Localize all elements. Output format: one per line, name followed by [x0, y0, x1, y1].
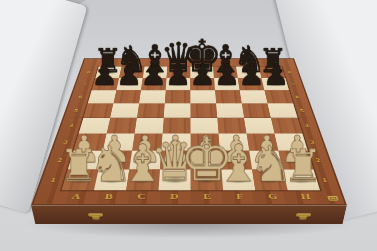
box-front-edge [31, 205, 347, 224]
board-surface: ♜♞♝♛♚♝♞♜♟♟♟♟♟♟♟♟♟♟♟♟♟♟♟♟♜♞♝♛♚♝♞♜ ABCDEFG… [31, 58, 347, 205]
file-label-bottom-f: F [223, 190, 257, 202]
file-label-bottom-c: C [124, 190, 158, 202]
square-f7[interactable]: ♟ [214, 78, 240, 90]
rank-label-left-6: 6 [69, 90, 92, 103]
square-b6[interactable] [113, 90, 141, 103]
piece-white-knight-b1[interactable]: ♞ [88, 142, 133, 187]
square-f6[interactable] [215, 90, 242, 103]
square-g1[interactable]: ♞ [252, 169, 288, 190]
file-labels-bottom: ABCDEFGH [58, 190, 324, 202]
square-c7[interactable]: ♟ [141, 78, 167, 90]
square-c6[interactable] [139, 90, 166, 103]
chess-board: ♜♞♝♛♚♝♞♜♟♟♟♟♟♟♟♟♟♟♟♟♟♟♟♟♜♞♝♛♚♝♞♜ ABCDEFG… [31, 58, 347, 205]
squares: ♜♞♝♛♚♝♞♜♟♟♟♟♟♟♟♟♟♟♟♟♟♟♟♟♜♞♝♛♚♝♞♜ [62, 67, 320, 191]
square-d7[interactable]: ♟ [166, 78, 191, 90]
brass-clasp-right-icon[interactable] [296, 213, 311, 216]
piece-black-pawn-c7[interactable]: ♟ [140, 61, 167, 88]
rank-label-right-6: 6 [286, 90, 309, 103]
square-b7[interactable]: ♟ [116, 78, 142, 90]
square-d5[interactable] [164, 103, 191, 117]
piece-black-pawn-h7[interactable]: ♟ [263, 61, 290, 88]
piece-black-pawn-e7[interactable]: ♟ [189, 61, 216, 88]
square-b1[interactable]: ♞ [94, 169, 129, 190]
maker-stamp-icon [327, 196, 339, 201]
square-b5[interactable] [110, 103, 139, 117]
square-e5[interactable] [190, 103, 217, 117]
file-label-bottom-h: H [288, 190, 324, 202]
piece-black-pawn-d7[interactable]: ♟ [165, 61, 192, 88]
piece-black-pawn-g7[interactable]: ♟ [238, 61, 265, 88]
square-a6[interactable] [88, 90, 117, 103]
piece-white-knight-g1[interactable]: ♞ [249, 142, 294, 187]
brass-clasp-left-icon[interactable] [88, 213, 103, 216]
file-label-bottom-d: D [158, 190, 191, 202]
square-g5[interactable] [242, 103, 271, 117]
file-label-bottom-a: A [58, 190, 94, 202]
square-f5[interactable] [216, 103, 244, 117]
file-label-bottom-e: E [191, 190, 224, 202]
square-e7[interactable]: ♟ [190, 78, 215, 90]
square-g7[interactable]: ♟ [238, 78, 265, 90]
file-label-bottom-b: B [91, 190, 126, 202]
square-g6[interactable] [240, 90, 268, 103]
square-c5[interactable] [137, 103, 165, 117]
piece-black-pawn-a7[interactable]: ♟ [91, 61, 118, 88]
square-e6[interactable] [190, 90, 216, 103]
photo-stage: ♜♞♝♛♚♝♞♜♟♟♟♟♟♟♟♟♟♟♟♟♟♟♟♟♜♞♝♛♚♝♞♜ ABCDEFG… [0, 0, 377, 251]
square-a5[interactable] [83, 103, 113, 117]
piece-black-pawn-b7[interactable]: ♟ [116, 61, 143, 88]
square-d6[interactable] [165, 90, 191, 103]
file-label-bottom-g: G [255, 190, 290, 202]
scene: ♜♞♝♛♚♝♞♜♟♟♟♟♟♟♟♟♟♟♟♟♟♟♟♟♜♞♝♛♚♝♞♜ ABCDEFG… [0, 0, 377, 251]
piece-black-pawn-f7[interactable]: ♟ [214, 61, 241, 88]
